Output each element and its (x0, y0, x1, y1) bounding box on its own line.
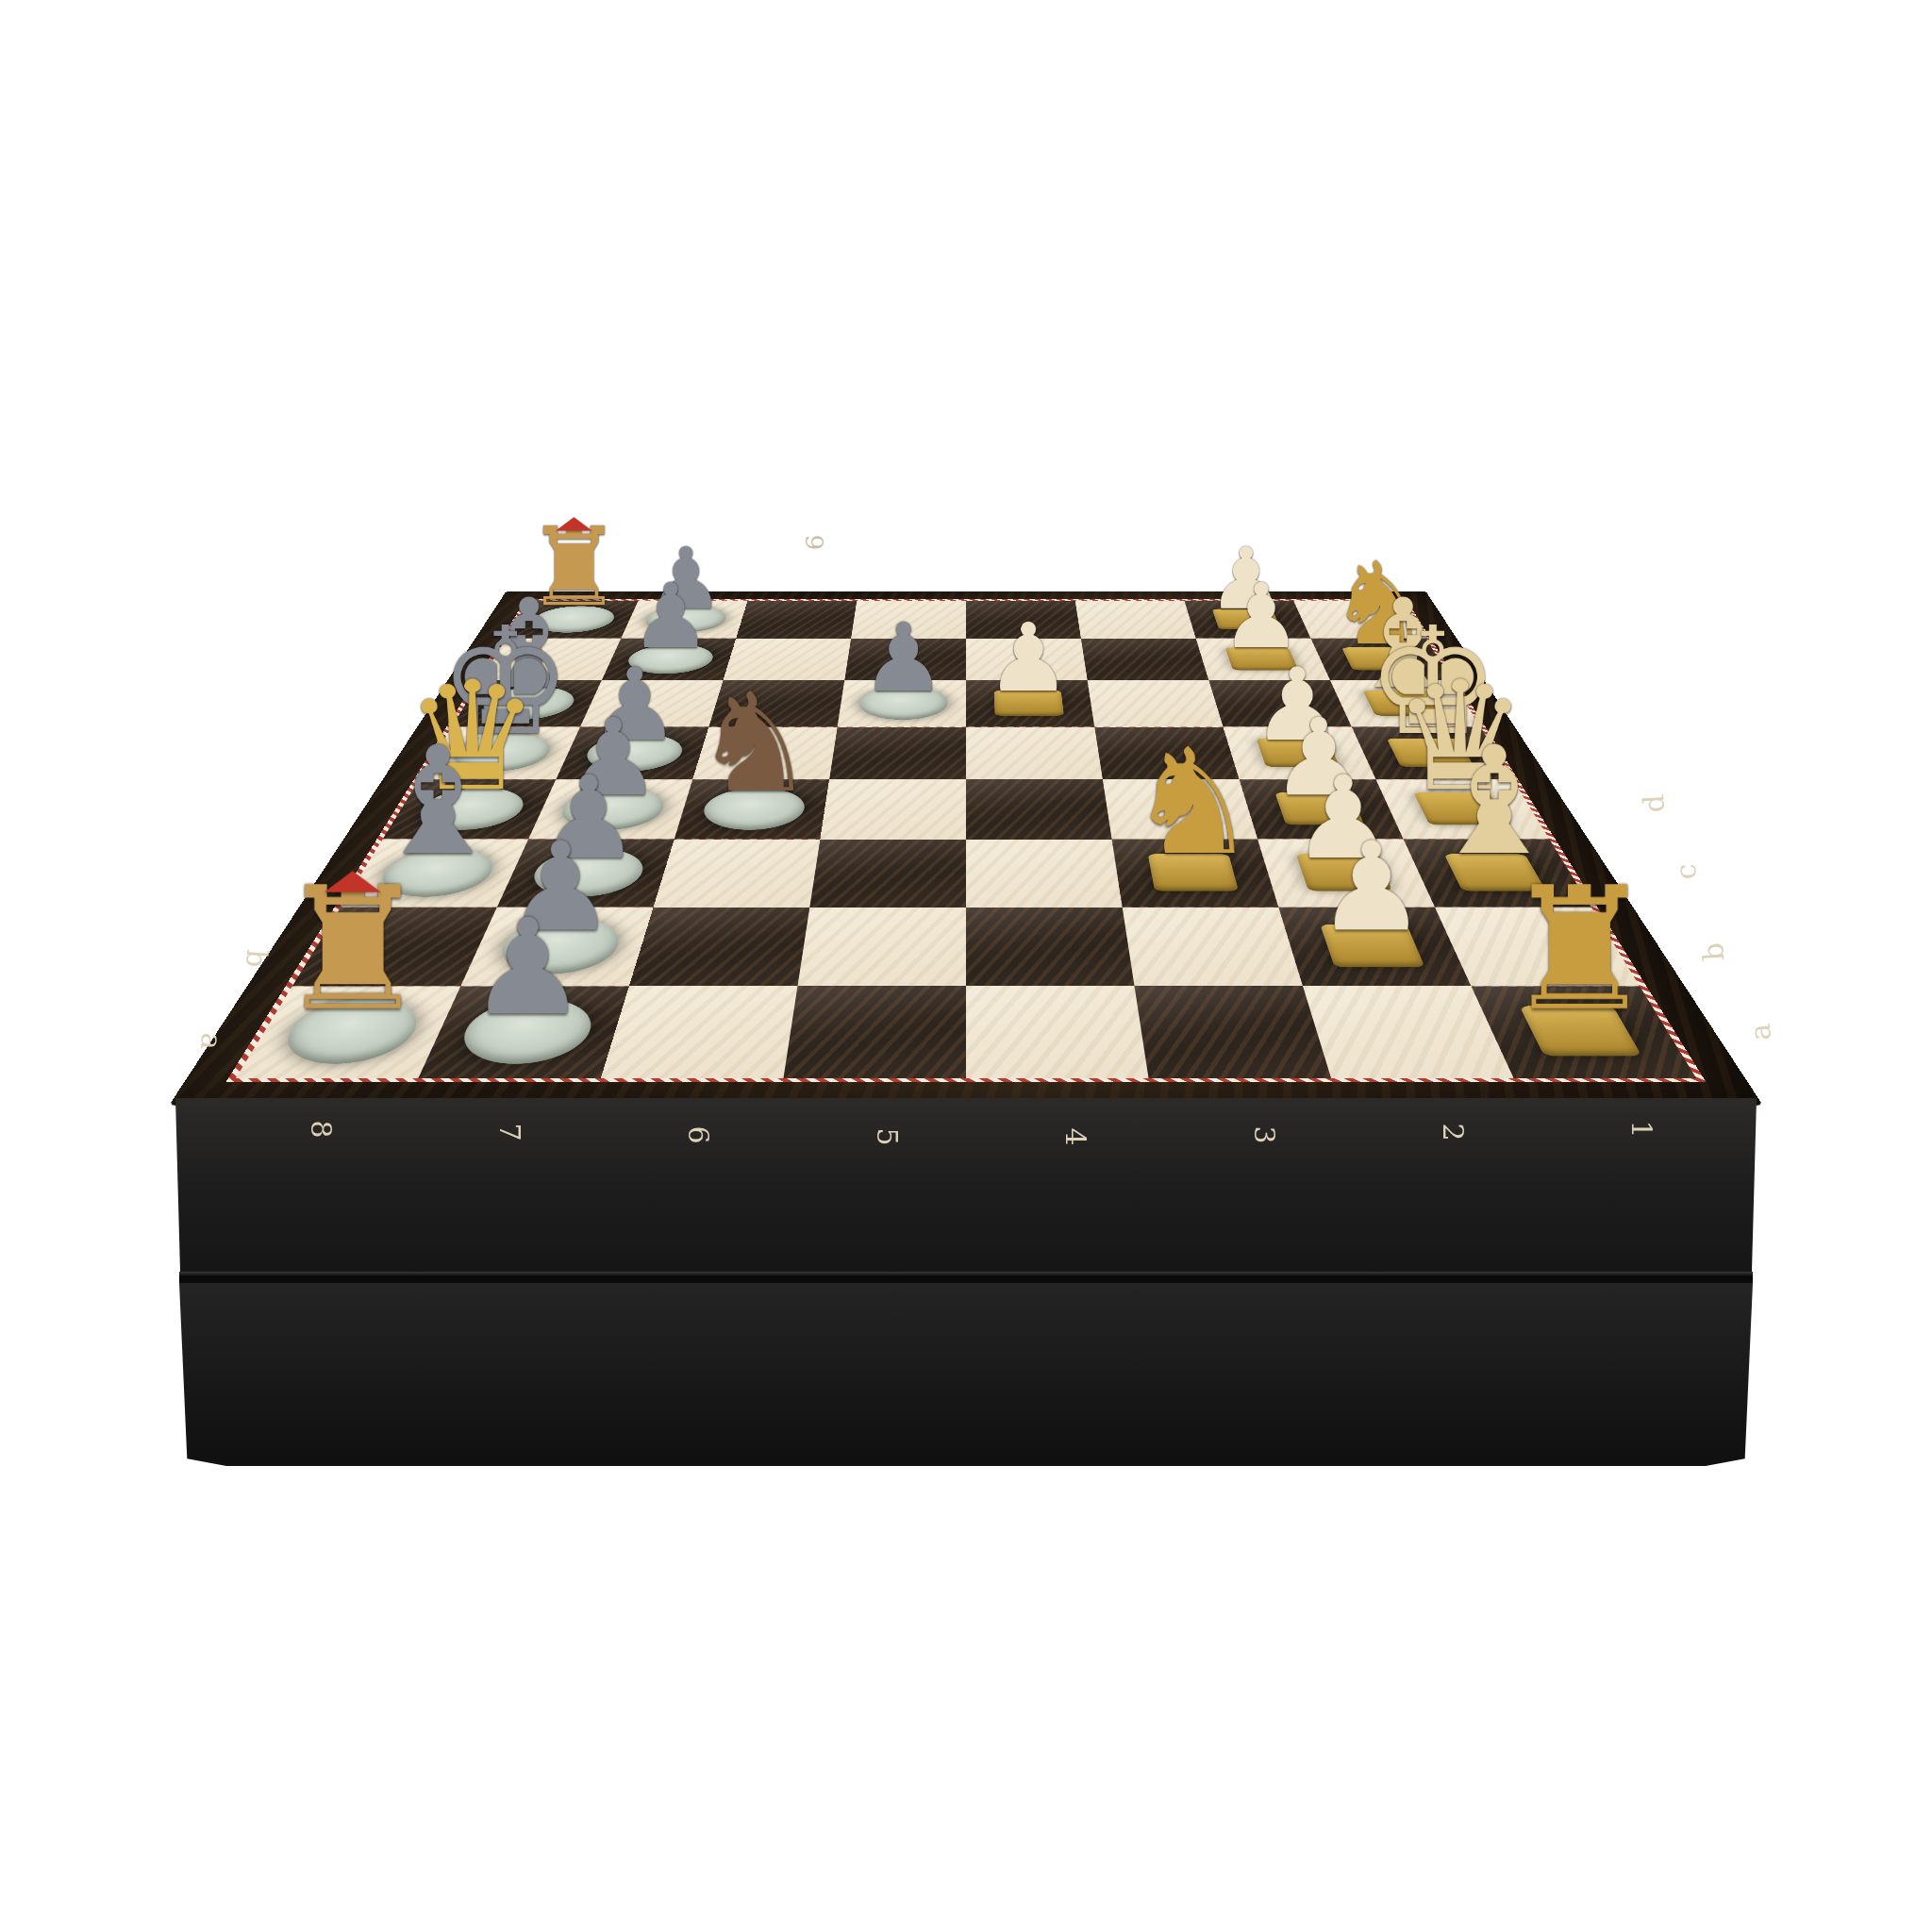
piece-egypt-pawn: ♟ (1251, 707, 1387, 808)
square-f5: ♟ (838, 680, 966, 727)
egypt-piece-base (1413, 792, 1507, 824)
square-a7: ♟ (418, 986, 629, 1078)
king-glyph: ♚ (1366, 611, 1493, 753)
rome-piece-base (271, 999, 430, 1064)
square-g2: ♟ (1196, 639, 1330, 680)
rome-piece-base (444, 734, 558, 771)
piece-rome-bishop: ♝ (469, 586, 589, 703)
square-d3 (1103, 779, 1257, 839)
square-a4 (966, 986, 1149, 1078)
egypt-piece-base (1148, 854, 1239, 891)
board-rim: ♜♟♟♟♟♞♝♟♟♝♚♟♟♚♛♟♞♟♛♝♟♞♟♝♟♟♜♟♜ (169, 591, 1763, 1106)
square-h7: ♟ (621, 601, 747, 639)
rome-piece-base (525, 849, 650, 897)
square-d6: ♞ (675, 779, 829, 839)
square-g4 (966, 639, 1088, 680)
rome-piece-base (858, 687, 948, 720)
square-d2: ♟ (1240, 779, 1404, 839)
piece-rome-bishop: ♝ (365, 730, 509, 872)
piece-egypt-king: ♚ (1366, 611, 1493, 753)
piece-rome-knight: ♞ (687, 678, 823, 808)
piece-rome-pawn: ♟ (516, 763, 660, 872)
piece-rome-king: ♚ (439, 611, 566, 753)
coordinate-label-left_letters-a: a (194, 1032, 228, 1051)
square-e6 (692, 727, 837, 780)
egypt-piece-base (1341, 647, 1418, 670)
rome-piece-base (579, 734, 687, 771)
rome-piece-base (623, 644, 718, 674)
egypt-piece-base (1225, 647, 1299, 670)
square-h3 (1075, 601, 1196, 639)
egypt-piece-base (1387, 739, 1474, 767)
piece-rome-pawn: ♟ (843, 613, 963, 703)
coordinate-label-right_letters-b: b (1696, 941, 1730, 962)
knight-glyph: ♞ (1120, 733, 1264, 872)
square-e7: ♟ (556, 727, 708, 780)
square-e4 (966, 727, 1103, 780)
piece-egypt-pawn: ♟ (1234, 657, 1361, 752)
chess-board: ♜♟♟♟♟♞♝♟♟♝♚♟♟♚♛♟♞♟♛♝♟♞♟♝♟♟♜♟♜ (236, 601, 1696, 1078)
egypt-piece-base (1444, 854, 1546, 891)
coordinate-label-near_numbers-4: 4 (1059, 1127, 1092, 1145)
square-h6 (736, 601, 857, 639)
pawn-glyph: ♟ (571, 657, 698, 752)
square-h5 (851, 601, 966, 639)
square-d5 (820, 779, 966, 839)
square-g6 (724, 639, 851, 680)
pawn-glyph: ♟ (545, 707, 681, 808)
coordinate-label-right_letters-a: a (1743, 1023, 1777, 1041)
square-e2: ♟ (1224, 727, 1376, 780)
red-roof-icon (556, 517, 591, 530)
square-g8 (480, 639, 621, 680)
piece-egypt-pawn: ♟ (1271, 763, 1415, 872)
square-a5 (783, 986, 966, 1078)
rome-piece-base (641, 606, 730, 632)
coordinate-label-near_numbers-1: 1 (1625, 1120, 1658, 1138)
square-b6 (629, 908, 809, 987)
square-d4 (966, 779, 1112, 839)
pawn-glyph: ♟ (444, 905, 612, 1031)
square-d1: ♛ (1376, 779, 1550, 839)
pawn-glyph: ♟ (1271, 763, 1415, 872)
square-d8: ♛ (383, 779, 557, 839)
square-c2: ♟ (1257, 840, 1435, 908)
egypt-piece-base (1320, 924, 1424, 968)
coordinate-label-far_numbers-6: 6 (801, 535, 829, 551)
egypt-piece-base (994, 691, 1064, 716)
red-roof-icon (325, 871, 381, 892)
egypt-piece-base (1296, 854, 1392, 891)
piece-rome-rook: ♜ (269, 869, 437, 1030)
piece-egypt-bishop: ♝ (1422, 730, 1566, 872)
pawn-glyph: ♟ (1192, 539, 1300, 619)
egypt-piece-base (1520, 1006, 1642, 1056)
pawn-glyph: ♟ (843, 613, 963, 703)
rome-piece-base (409, 788, 532, 830)
square-g5 (844, 639, 966, 680)
square-e8: ♚ (420, 727, 581, 780)
rook-glyph: ♜ (269, 869, 437, 1030)
square-b8 (292, 908, 497, 987)
square-h1 (1293, 601, 1425, 639)
rome-piece-base (451, 999, 600, 1064)
coordinate-label-near_numbers-5: 5 (871, 1127, 904, 1145)
pawn-glyph: ♟ (632, 539, 740, 619)
square-b4 (966, 908, 1135, 987)
coordinate-label-right_letters-c: c (1669, 862, 1703, 880)
coordinate-label-near_numbers-2: 2 (1437, 1123, 1470, 1141)
square-g1: ♞ (1311, 639, 1452, 680)
king-glyph: ♚ (439, 611, 566, 753)
square-h4 (966, 601, 1081, 639)
piece-egypt-queen: ♛ (1392, 665, 1528, 808)
pawn-glyph: ♟ (1234, 657, 1361, 752)
piece-rome-queen: ♛ (405, 665, 541, 808)
square-a2 (1303, 986, 1514, 1078)
egypt-piece-base (1257, 739, 1340, 767)
piece-egypt-pawn: ♟ (969, 613, 1089, 703)
queen-glyph: ♛ (1392, 665, 1528, 808)
square-a8: ♜ (236, 986, 461, 1078)
rome-piece-base (370, 849, 503, 897)
square-c7: ♟ (497, 840, 675, 908)
rook-glyph: ♜ (520, 516, 627, 619)
rome-piece-base (526, 606, 620, 632)
square-a3 (1135, 986, 1332, 1078)
box-lower-slab (179, 1283, 1753, 1466)
bishop-glyph: ♝ (365, 730, 509, 872)
rome-piece-base (491, 918, 626, 974)
piece-egypt-pawn: ♟ (1293, 828, 1449, 945)
piece-rome-pawn: ♟ (444, 905, 612, 1031)
piece-rome-pawn: ♟ (483, 828, 639, 945)
pawn-glyph: ♟ (1205, 574, 1318, 658)
square-c4 (966, 840, 1123, 908)
piece-rome-rook: ♜ (520, 516, 627, 619)
piece-rome-pawn: ♟ (632, 539, 740, 619)
coordinate-label-near_numbers-6: 6 (682, 1125, 715, 1143)
square-b3 (1123, 908, 1303, 987)
product-photo-scene: ♜♟♟♟♟♞♝♟♟♝♚♟♟♚♛♟♞♟♛♝♟♞♟♝♟♟♜♟♜ 87654321ab… (0, 0, 1932, 1932)
square-a6 (601, 986, 798, 1078)
square-f4: ♟ (966, 680, 1094, 727)
square-a1: ♜ (1472, 986, 1697, 1078)
piece-rome-pawn: ♟ (614, 574, 727, 658)
square-e5 (829, 727, 966, 780)
piece-egypt-pawn: ♟ (1192, 539, 1300, 619)
pawn-glyph: ♟ (1251, 707, 1387, 808)
knight-glyph: ♞ (1323, 550, 1436, 658)
piece-rome-pawn: ♟ (571, 657, 698, 752)
queen-glyph: ♛ (405, 665, 541, 808)
square-g7: ♟ (602, 639, 736, 680)
coordinate-label-left_letters-b: b (240, 948, 274, 969)
piece-egypt-bishop: ♝ (1343, 586, 1463, 703)
square-f7 (580, 680, 724, 727)
rome-piece-base (475, 687, 580, 720)
square-c3: ♞ (1112, 840, 1279, 908)
bishop-glyph: ♝ (469, 586, 589, 703)
egypt-piece-base (1363, 691, 1445, 716)
square-c8: ♝ (341, 840, 528, 908)
piece-egypt-knight: ♞ (1323, 550, 1436, 658)
box-seam (179, 1272, 1753, 1283)
box-upper-slab (175, 1098, 1757, 1272)
square-e1: ♚ (1352, 727, 1513, 780)
piece-rome-pawn: ♟ (545, 707, 681, 808)
square-f6 (708, 680, 844, 727)
square-d7: ♟ (528, 779, 692, 839)
square-f1: ♝ (1330, 680, 1480, 727)
square-b7: ♟ (460, 908, 653, 987)
rome-piece-base (698, 788, 808, 830)
coordinate-label-near_numbers-3: 3 (1248, 1125, 1281, 1143)
square-c5 (809, 840, 966, 908)
square-g3 (1081, 639, 1208, 680)
square-h8: ♜ (506, 601, 638, 639)
coordinate-label-near_numbers-7: 7 (493, 1123, 526, 1141)
pawn-glyph: ♟ (483, 828, 639, 945)
egypt-piece-base (1212, 609, 1281, 630)
coordinate-label-near_numbers-8: 8 (305, 1120, 338, 1138)
rome-piece-base (554, 788, 670, 830)
square-b2: ♟ (1278, 908, 1471, 987)
coordinate-label-right_letters-d: d (1637, 793, 1671, 814)
rook-glyph: ♜ (1495, 869, 1663, 1030)
egypt-piece-base (1274, 792, 1364, 824)
square-f3 (1088, 680, 1224, 727)
square-e3 (1094, 727, 1239, 780)
piece-egypt-rook: ♜ (1495, 869, 1663, 1030)
piece-egypt-knight: ♞ (1120, 733, 1264, 872)
board-perspective-wrapper: ♜♟♟♟♟♞♝♟♟♝♚♟♟♚♛♟♞♟♛♝♟♞♟♝♟♟♜♟♜ (169, 0, 1763, 1106)
square-h2: ♟ (1185, 601, 1311, 639)
square-f8: ♝ (452, 680, 602, 727)
pawn-glyph: ♟ (614, 574, 727, 658)
square-b1 (1435, 908, 1640, 987)
square-c1: ♝ (1404, 840, 1591, 908)
square-b5 (797, 908, 966, 987)
bishop-glyph: ♝ (1422, 730, 1566, 872)
piece-egypt-pawn: ♟ (1205, 574, 1318, 658)
pawn-glyph: ♟ (516, 763, 660, 872)
square-f2 (1208, 680, 1352, 727)
board-dotted-border: ♜♟♟♟♟♞♝♟♟♝♚♟♟♚♛♟♞♟♛♝♟♞♟♝♟♟♜♟♜ (225, 599, 1706, 1082)
knight-glyph: ♞ (687, 678, 823, 808)
bishop-glyph: ♝ (1343, 586, 1463, 703)
pawn-glyph: ♟ (1293, 828, 1449, 945)
square-c6 (654, 840, 821, 908)
pawn-glyph: ♟ (969, 613, 1089, 703)
